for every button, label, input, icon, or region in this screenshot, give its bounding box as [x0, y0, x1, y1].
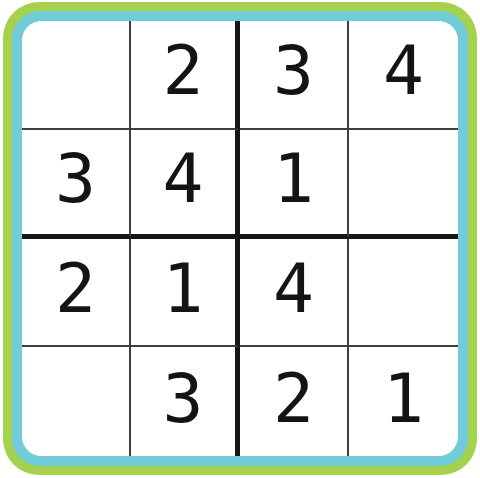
cell-r1c1[interactable]	[22, 21, 131, 130]
cell-r2c2[interactable]: 4	[131, 130, 240, 239]
outer-green-frame: 234341214321	[3, 2, 477, 475]
sudoku-grid: 234341214321	[22, 21, 458, 456]
cell-r4c1[interactable]	[22, 347, 131, 456]
cell-r2c4[interactable]	[349, 130, 458, 239]
cell-r1c3[interactable]: 3	[240, 21, 349, 130]
sudoku-board: 234341214321	[22, 21, 458, 456]
cell-r4c4[interactable]: 1	[349, 347, 458, 456]
cell-r1c4[interactable]: 4	[349, 21, 458, 130]
cell-r4c3[interactable]: 2	[240, 347, 349, 456]
cell-r2c3[interactable]: 1	[240, 130, 349, 239]
cell-r1c2[interactable]: 2	[131, 21, 240, 130]
cell-r3c2[interactable]: 1	[131, 239, 240, 348]
cell-r4c2[interactable]: 3	[131, 347, 240, 456]
inner-cyan-frame: 234341214321	[12, 11, 468, 466]
cell-r3c1[interactable]: 2	[22, 239, 131, 348]
cell-r3c3[interactable]: 4	[240, 239, 349, 348]
sudoku-screenshot: 234341214321	[0, 0, 480, 478]
cell-r2c1[interactable]: 3	[22, 130, 131, 239]
cell-r3c4[interactable]	[349, 239, 458, 348]
